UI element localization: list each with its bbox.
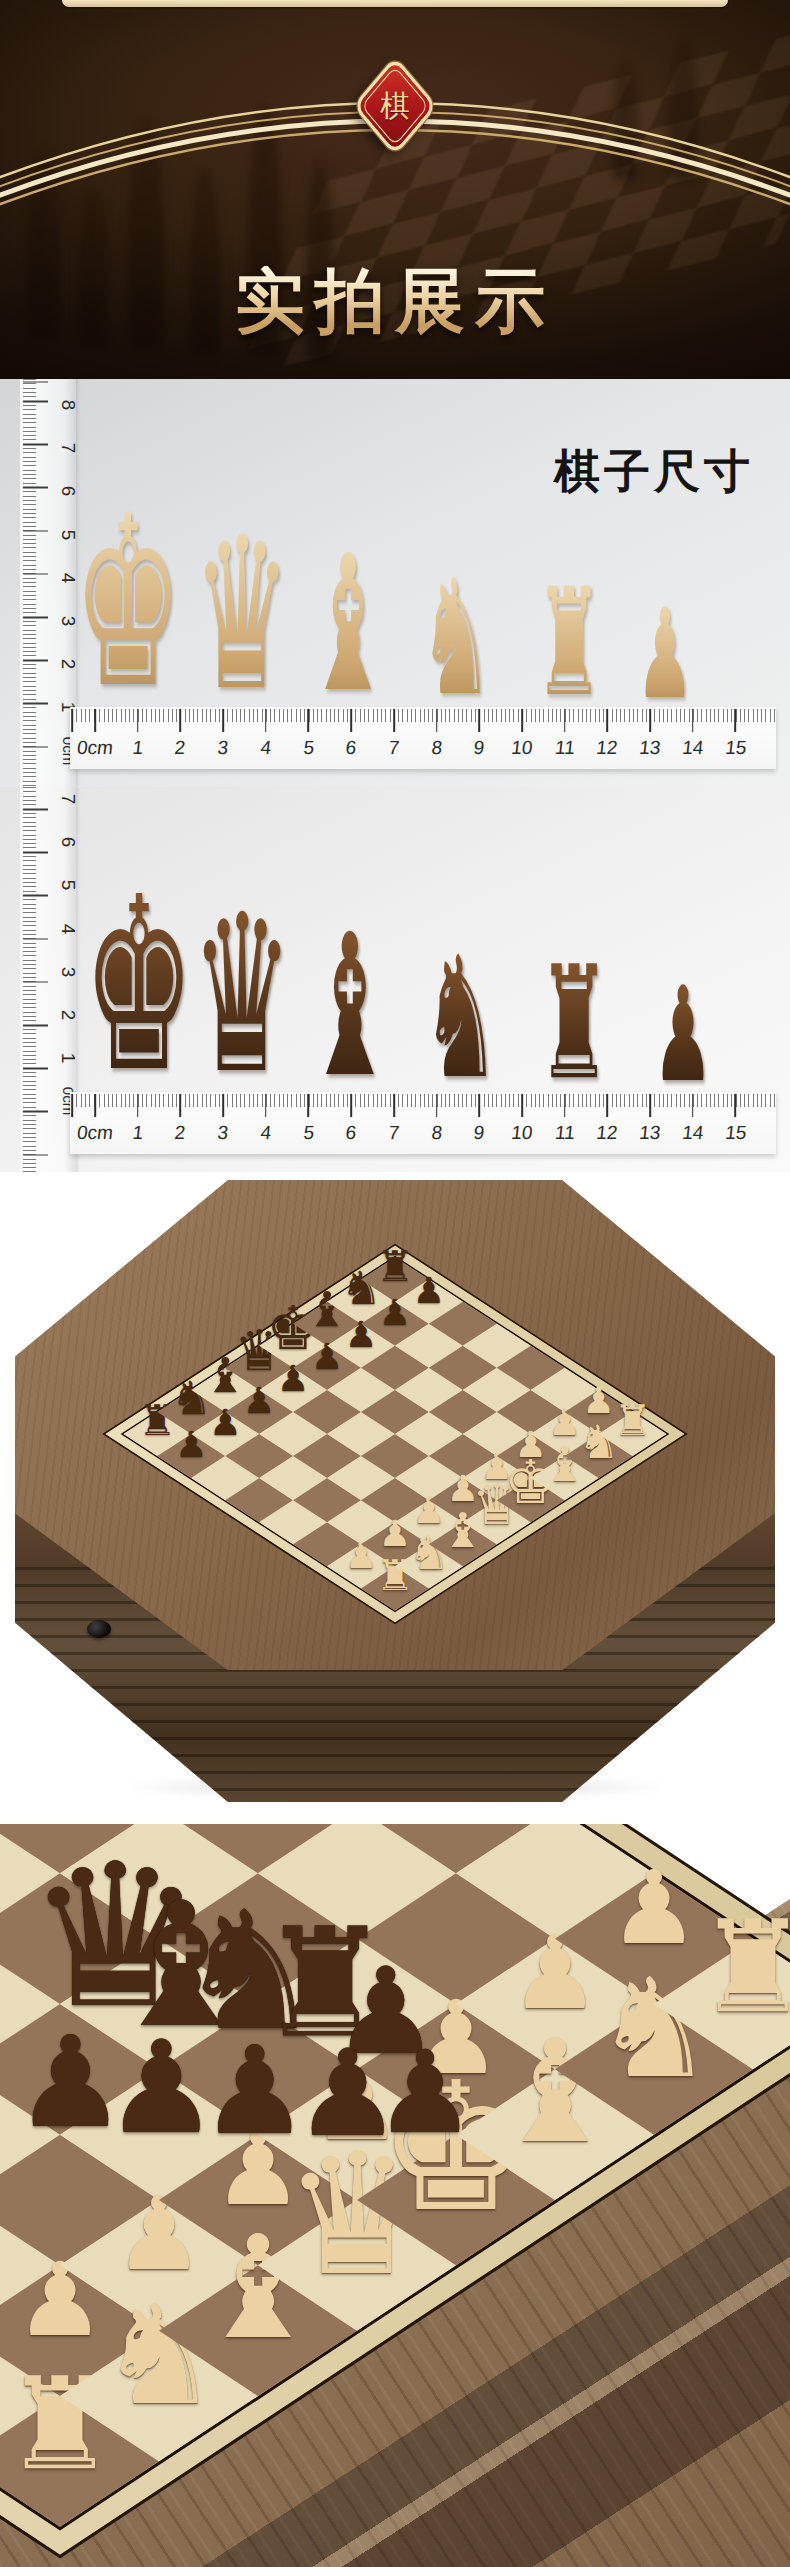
ruler-label: 3 bbox=[57, 967, 79, 978]
size-piece-king: ♚ bbox=[73, 495, 183, 711]
horizontal-ruler: 0cm123456789101112131415 bbox=[70, 1092, 776, 1154]
size-piece-rook: ♜ bbox=[538, 952, 611, 1096]
ruler-label: 9 bbox=[473, 737, 486, 759]
ruler-label: 14 bbox=[681, 737, 704, 759]
ruler-label: 4 bbox=[57, 923, 79, 934]
product-page: 棋 实拍展示 ♚♛♝♞♜♟ 876543210cm 0cm12345678910… bbox=[0, 0, 790, 2567]
ruler-label: 6 bbox=[345, 737, 358, 759]
size-piece-king: ♚ bbox=[83, 875, 195, 1096]
ruler-label: 3 bbox=[217, 737, 230, 759]
white-piece: ♜ bbox=[697, 1902, 790, 2029]
ruler-cm-ticks bbox=[70, 709, 776, 732]
ruler-label: 12 bbox=[596, 737, 619, 759]
ruler-label: 2 bbox=[57, 659, 79, 670]
ruler-label: 14 bbox=[681, 1122, 704, 1144]
size-piece-knight: ♞ bbox=[419, 564, 494, 711]
ruler-label: 5 bbox=[57, 880, 79, 891]
caption-piece-size: 棋子尺寸 bbox=[554, 441, 754, 503]
board-square: ♜ bbox=[599, 1412, 667, 1456]
ruler-label: 7 bbox=[387, 1122, 400, 1144]
ruler-label: 5 bbox=[302, 737, 315, 759]
ruler-label: 7 bbox=[387, 737, 400, 759]
ruler-label: 4 bbox=[259, 737, 272, 759]
ruler-label: 5 bbox=[302, 1122, 315, 1144]
size-piece-rook: ♜ bbox=[535, 575, 604, 711]
ruler-label: 6 bbox=[345, 1122, 358, 1144]
horizontal-ruler: 0cm123456789101112131415 bbox=[70, 707, 776, 769]
seal-badge-wrap: 棋 bbox=[0, 76, 790, 136]
size-photo-light-pieces: ♚♛♝♞♜♟ 876543210cm 0cm123456789101112131… bbox=[0, 379, 790, 787]
size-piece-bishop: ♝ bbox=[304, 538, 392, 711]
vertical-ruler: 76543210cm bbox=[20, 787, 76, 1172]
ruler-label: 10 bbox=[510, 1122, 533, 1144]
board-photo-closeup: ♜♞♝♛♚♝♞♜♟♟♟♟♟♟♟♟♟♟♟♟♟♟♟♟♜♞♝♛♚♝♞♜ ♛♝♞♜♟♟♟… bbox=[0, 1824, 790, 2567]
ruler-label: 11 bbox=[554, 1122, 576, 1144]
size-piece-pawn: ♟ bbox=[636, 597, 694, 711]
ruler-label: 8 bbox=[430, 737, 443, 759]
ruler-label: 13 bbox=[638, 1122, 661, 1144]
size-piece-queen: ♛ bbox=[191, 895, 293, 1096]
black-piece: ♟ bbox=[413, 1273, 445, 1309]
ruler-label: 12 bbox=[596, 1122, 619, 1144]
ruler-label: 1 bbox=[131, 1122, 144, 1144]
ruler-label: 9 bbox=[473, 1122, 486, 1144]
size-piece-queen: ♛ bbox=[193, 518, 291, 711]
ruler-label: 7 bbox=[57, 443, 79, 454]
ruler-label: 0cm bbox=[76, 1122, 114, 1144]
banner-section: 棋 实拍展示 bbox=[0, 0, 790, 379]
ruler-label: 8 bbox=[430, 1122, 443, 1144]
ruler-label: 3 bbox=[217, 1122, 230, 1144]
ruler-label: 2 bbox=[174, 1122, 187, 1144]
ruler-label: 2 bbox=[57, 1010, 79, 1021]
section-title: 实拍展示 bbox=[0, 266, 790, 336]
ruler-label: 1 bbox=[131, 737, 144, 759]
white-piece: ♜ bbox=[614, 1400, 652, 1442]
ruler-label: 4 bbox=[259, 1122, 272, 1144]
ruler-label: 1 bbox=[57, 1053, 79, 1064]
board-photo-full: ♜♞♝♛♚♝♞♜♟♟♟♟♟♟♟♟♟♟♟♟♟♟♟♟♜♞♝♛♚♝♞♜ bbox=[0, 1172, 790, 1824]
ruler-label: 5 bbox=[57, 529, 79, 540]
ruler-label: 3 bbox=[57, 616, 79, 627]
ruler-cm-ticks bbox=[23, 787, 48, 1172]
drawer-knob bbox=[87, 1620, 111, 1638]
ruler-label: 13 bbox=[638, 737, 661, 759]
ruler-label: 7 bbox=[57, 794, 79, 805]
ruler-cm-ticks bbox=[70, 1094, 776, 1117]
ruler-label: 15 bbox=[724, 737, 747, 759]
vertical-ruler: 876543210cm bbox=[20, 379, 76, 787]
size-piece-bishop: ♝ bbox=[304, 916, 395, 1096]
size-piece-pawn: ♟ bbox=[652, 975, 713, 1096]
seal-character: 棋 bbox=[368, 79, 422, 133]
ruler-label: 6 bbox=[57, 486, 79, 497]
ruler-label: 6 bbox=[57, 837, 79, 848]
ruler-label: 11 bbox=[554, 737, 576, 759]
size-piece-knight: ♞ bbox=[422, 941, 500, 1096]
size-photo-dark-pieces: ♚♛♝♞♜♟ 76543210cm 0cm1234567891011121314… bbox=[0, 787, 790, 1172]
ruler-label: 10 bbox=[510, 737, 533, 759]
ruler-cm-ticks bbox=[23, 379, 48, 787]
ruler-label: 0cm bbox=[76, 737, 114, 759]
ruler-label: 8 bbox=[57, 400, 79, 411]
ruler-label: 4 bbox=[57, 573, 79, 584]
ruler-label: 15 bbox=[724, 1122, 747, 1144]
ruler-label: 2 bbox=[174, 737, 187, 759]
